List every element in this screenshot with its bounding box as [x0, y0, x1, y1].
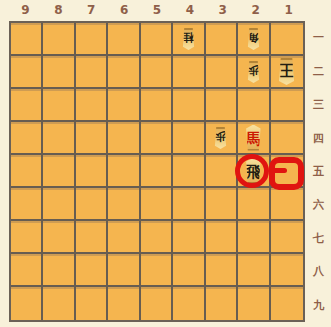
shogi-diagram: 987654321 一二三四五六七八九 桂角歩王歩馬飛: [0, 0, 331, 327]
cell-6-3[interactable]: [108, 89, 140, 122]
cell-3-6[interactable]: [206, 188, 238, 221]
cell-8-6[interactable]: [43, 188, 75, 221]
cell-7-6[interactable]: [76, 188, 108, 221]
cell-2-7[interactable]: [238, 221, 270, 254]
cell-4-6[interactable]: [173, 188, 205, 221]
cell-8-8[interactable]: [43, 254, 75, 287]
cell-1-6[interactable]: [271, 188, 303, 221]
file-label-2: 2: [239, 1, 272, 19]
cell-6-2[interactable]: [108, 56, 140, 89]
cell-5-3[interactable]: [141, 89, 173, 122]
rank-label-7: 七: [306, 222, 331, 255]
piece-kanji: 歩: [248, 65, 259, 76]
gote-knight-piece[interactable]: 桂: [180, 28, 197, 50]
cell-3-5[interactable]: [206, 155, 238, 188]
board-grid: 桂角歩王歩馬飛: [9, 21, 305, 322]
cell-3-3[interactable]: [206, 89, 238, 122]
rank-label-3: 三: [306, 88, 331, 121]
cell-9-5[interactable]: [11, 155, 43, 188]
cell-5-7[interactable]: [141, 221, 173, 254]
piece-kanji: 王: [279, 63, 294, 78]
rank-label-5: 五: [306, 155, 331, 188]
cell-1-7[interactable]: [271, 221, 303, 254]
file-label-5: 5: [141, 1, 174, 19]
cell-9-9[interactable]: [11, 287, 43, 320]
cell-4-9[interactable]: [173, 287, 205, 320]
cell-1-1[interactable]: [271, 23, 303, 56]
cell-6-5[interactable]: [108, 155, 140, 188]
file-labels: 987654321: [9, 1, 305, 19]
cell-5-5[interactable]: [141, 155, 173, 188]
cell-3-1[interactable]: [206, 23, 238, 56]
cell-8-3[interactable]: [43, 89, 75, 122]
cell-4-2[interactable]: [173, 56, 205, 89]
cell-9-7[interactable]: [11, 221, 43, 254]
cell-8-5[interactable]: [43, 155, 75, 188]
cell-5-4[interactable]: [141, 122, 173, 155]
gote-king-piece[interactable]: 王: [275, 58, 298, 85]
cell-3-8[interactable]: [206, 254, 238, 287]
cell-6-4[interactable]: [108, 122, 140, 155]
red-square-tick: [274, 168, 287, 173]
cell-3-2[interactable]: [206, 56, 238, 89]
cell-9-3[interactable]: [11, 89, 43, 122]
piece-kanji: 角: [248, 32, 259, 43]
cell-1-3[interactable]: [271, 89, 303, 122]
cell-6-7[interactable]: [108, 221, 140, 254]
cell-8-1[interactable]: [43, 23, 75, 56]
cell-2-2[interactable]: 歩: [238, 56, 270, 89]
cell-4-1[interactable]: 桂: [173, 23, 205, 56]
rank-label-8: 八: [306, 255, 331, 288]
cell-2-9[interactable]: [238, 287, 270, 320]
cell-6-9[interactable]: [108, 287, 140, 320]
cell-9-6[interactable]: [11, 188, 43, 221]
cell-5-6[interactable]: [141, 188, 173, 221]
cell-1-2[interactable]: 王: [271, 56, 303, 89]
sente-promoted-bishop-piece[interactable]: 馬: [242, 125, 264, 151]
cell-7-1[interactable]: [76, 23, 108, 56]
cell-1-9[interactable]: [271, 287, 303, 320]
gote-bishop-piece[interactable]: 角: [245, 28, 262, 50]
cell-4-8[interactable]: [173, 254, 205, 287]
file-label-4: 4: [173, 1, 206, 19]
cell-1-4[interactable]: [271, 122, 303, 155]
piece-kanji: 馬: [246, 132, 261, 147]
rank-labels: 一二三四五六七八九: [306, 21, 331, 322]
red-square-annotation: [269, 157, 304, 190]
cell-2-8[interactable]: [238, 254, 270, 287]
rank-label-2: 二: [306, 54, 331, 87]
cell-7-4[interactable]: [76, 122, 108, 155]
cell-6-1[interactable]: [108, 23, 140, 56]
cell-4-3[interactable]: [173, 89, 205, 122]
gote-pawn-piece[interactable]: 歩: [245, 61, 262, 83]
file-label-7: 7: [75, 1, 108, 19]
cell-6-6[interactable]: [108, 188, 140, 221]
cell-2-1[interactable]: 角: [238, 23, 270, 56]
cell-3-9[interactable]: [206, 287, 238, 320]
cell-9-2[interactable]: [11, 56, 43, 89]
piece-kanji: 桂: [183, 32, 194, 43]
file-label-6: 6: [108, 1, 141, 19]
cell-4-7[interactable]: [173, 221, 205, 254]
cell-4-5[interactable]: [173, 155, 205, 188]
cell-8-2[interactable]: [43, 56, 75, 89]
cell-7-3[interactable]: [76, 89, 108, 122]
cell-7-5[interactable]: [76, 155, 108, 188]
piece-kanji: 歩: [215, 131, 226, 142]
cell-2-4[interactable]: 馬: [238, 122, 270, 155]
file-label-9: 9: [9, 1, 42, 19]
cell-2-5[interactable]: 飛: [238, 155, 270, 188]
cell-5-1[interactable]: [141, 23, 173, 56]
cell-5-2[interactable]: [141, 56, 173, 89]
cell-2-3[interactable]: [238, 89, 270, 122]
cell-4-4[interactable]: [173, 122, 205, 155]
cell-7-9[interactable]: [76, 287, 108, 320]
cell-6-8[interactable]: [108, 254, 140, 287]
cell-8-4[interactable]: [43, 122, 75, 155]
cell-5-9[interactable]: [141, 287, 173, 320]
cell-9-4[interactable]: [11, 122, 43, 155]
cell-8-7[interactable]: [43, 221, 75, 254]
gote-pawn-piece[interactable]: 歩: [212, 127, 229, 149]
cell-7-7[interactable]: [76, 221, 108, 254]
cell-8-9[interactable]: [43, 287, 75, 320]
file-label-3: 3: [206, 1, 239, 19]
cell-2-6[interactable]: [238, 188, 270, 221]
cell-7-8[interactable]: [76, 254, 108, 287]
cell-1-8[interactable]: [271, 254, 303, 287]
red-circle-annotation: [235, 154, 269, 188]
cell-3-7[interactable]: [206, 221, 238, 254]
rank-label-6: 六: [306, 188, 331, 221]
file-label-1: 1: [272, 1, 305, 19]
cell-3-4[interactable]: 歩: [206, 122, 238, 155]
cell-5-8[interactable]: [141, 254, 173, 287]
cell-9-1[interactable]: [11, 23, 43, 56]
cell-7-2[interactable]: [76, 56, 108, 89]
cell-9-8[interactable]: [11, 254, 43, 287]
rank-label-1: 一: [306, 21, 331, 54]
rank-label-9: 九: [306, 289, 331, 322]
rank-label-4: 四: [306, 121, 331, 154]
file-label-8: 8: [42, 1, 75, 19]
cell-1-5[interactable]: [271, 155, 303, 188]
